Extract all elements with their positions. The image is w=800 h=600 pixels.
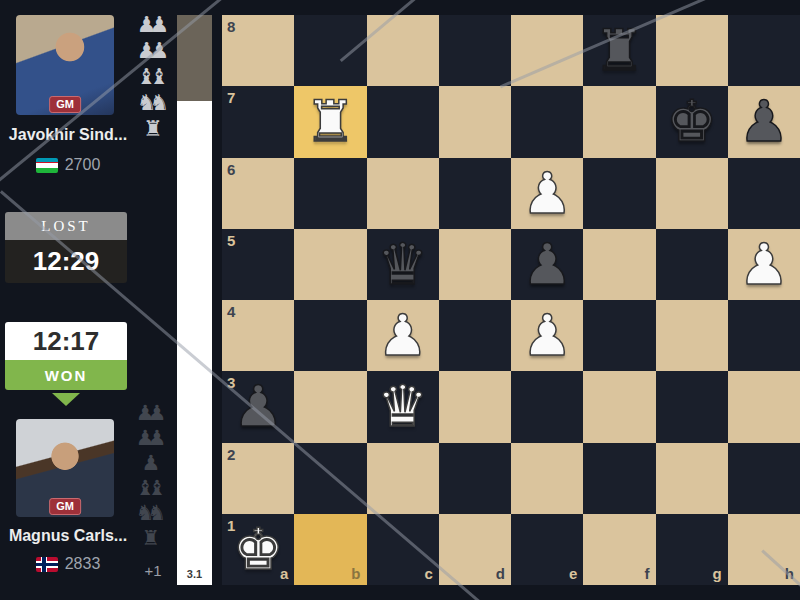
square-h1[interactable]: h (728, 514, 800, 585)
square-b5[interactable] (294, 229, 366, 300)
black-pawn-a3[interactable]: ♟ (222, 371, 294, 442)
player-rating-top: 2700 (65, 156, 101, 174)
square-d6[interactable] (439, 158, 511, 229)
result-badge-bottom: WON (5, 360, 127, 390)
square-f7[interactable] (583, 86, 655, 157)
rank-label-2: 2 (227, 446, 235, 463)
player-photo-bottom: GM (16, 419, 114, 517)
captured-piece-group: ♟♟ (136, 426, 167, 451)
square-e8[interactable] (511, 15, 583, 86)
player-name-bottom[interactable]: Magnus Carls... (0, 527, 136, 545)
captured-piece-group: ♝♝ (136, 476, 167, 501)
square-a3[interactable]: 3♟ (222, 371, 294, 442)
square-b4[interactable] (294, 300, 366, 371)
captured-piece-group: ♝♝ (137, 64, 169, 90)
title-badge: GM (49, 96, 81, 113)
captured-pieces-bottom: ♟♟♟♟♟♝♝♞♞♜ (131, 401, 171, 551)
square-c5[interactable]: ♛ (367, 229, 439, 300)
square-g2[interactable] (656, 443, 728, 514)
square-g3[interactable] (656, 371, 728, 442)
rank-label-8: 8 (227, 18, 235, 35)
title-badge: GM (49, 498, 81, 515)
captured-piece-group: ♞♞ (136, 501, 167, 526)
square-a7[interactable]: 7 (222, 86, 294, 157)
square-h6[interactable] (728, 158, 800, 229)
white-king-a1[interactable]: ♚ (222, 514, 294, 585)
square-b6[interactable] (294, 158, 366, 229)
square-g6[interactable] (656, 158, 728, 229)
clock-bottom: 12:17 WON (5, 322, 127, 390)
square-g7[interactable]: ♚ (656, 86, 728, 157)
square-b8[interactable] (294, 15, 366, 86)
rank-label-7: 7 (227, 89, 235, 106)
player-rating-bottom: 2833 (65, 555, 101, 573)
file-label-c: c (424, 565, 432, 582)
square-a1[interactable]: 1a♚ (222, 514, 294, 585)
uzbekistan-flag-icon (36, 158, 58, 173)
square-c4[interactable]: ♟ (367, 300, 439, 371)
square-f4[interactable] (583, 300, 655, 371)
square-e6[interactable]: ♟ (511, 158, 583, 229)
square-f3[interactable] (583, 371, 655, 442)
square-c6[interactable] (367, 158, 439, 229)
result-badge-top: LOST (5, 212, 127, 240)
square-e1[interactable]: e (511, 514, 583, 585)
player-name-top[interactable]: Javokhir Sind... (0, 126, 136, 144)
square-h3[interactable] (728, 371, 800, 442)
square-h4[interactable] (728, 300, 800, 371)
captured-piece-group: ♞♞ (137, 90, 169, 116)
square-b2[interactable] (294, 443, 366, 514)
chess-board[interactable]: 8♜7♜♚♟6♟5♛♟♟4♟♟3♟♛21a♚bcdefgh (222, 15, 800, 585)
square-h5[interactable]: ♟ (728, 229, 800, 300)
captured-piece-group: ♟♟ (137, 12, 169, 38)
square-h2[interactable] (728, 443, 800, 514)
square-b7[interactable]: ♜ (294, 86, 366, 157)
captured-pieces-top: ♟♟♟♟♝♝♞♞♜ (133, 12, 173, 142)
square-f5[interactable] (583, 229, 655, 300)
rating-row-top: 2700 (0, 156, 136, 174)
square-g1[interactable]: g (656, 514, 728, 585)
square-c1[interactable]: c (367, 514, 439, 585)
captured-piece-group: ♟♟ (137, 38, 169, 64)
square-c8[interactable] (367, 15, 439, 86)
evaluation-bar-black-section (177, 15, 212, 101)
square-a2[interactable]: 2 (222, 443, 294, 514)
square-b1[interactable]: b (294, 514, 366, 585)
white-pawn-e6[interactable]: ♟ (511, 158, 583, 229)
square-e2[interactable] (511, 443, 583, 514)
square-g5[interactable] (656, 229, 728, 300)
rank-label-4: 4 (227, 303, 235, 320)
square-e3[interactable] (511, 371, 583, 442)
square-d2[interactable] (439, 443, 511, 514)
square-g4[interactable] (656, 300, 728, 371)
square-f2[interactable] (583, 443, 655, 514)
captured-piece-group: ♜ (143, 116, 163, 142)
square-d5[interactable] (439, 229, 511, 300)
clock-top: LOST 12:29 (5, 212, 127, 283)
black-pawn-h7[interactable]: ♟ (728, 86, 800, 157)
white-pawn-c4[interactable]: ♟ (367, 300, 439, 371)
material-advantage: +1 (133, 562, 173, 579)
file-label-h: h (785, 565, 794, 582)
square-g8[interactable] (656, 15, 728, 86)
rank-label-6: 6 (227, 161, 235, 178)
square-a4[interactable]: 4 (222, 300, 294, 371)
square-e7[interactable] (511, 86, 583, 157)
file-label-b: b (351, 565, 360, 582)
white-queen-c3[interactable]: ♛ (367, 371, 439, 442)
square-c3[interactable]: ♛ (367, 371, 439, 442)
square-f6[interactable] (583, 158, 655, 229)
square-h8[interactable] (728, 15, 800, 86)
file-label-e: e (569, 565, 577, 582)
captured-piece-group: ♜ (142, 526, 161, 551)
square-d8[interactable] (439, 15, 511, 86)
square-a6[interactable]: 6 (222, 158, 294, 229)
file-label-g: g (713, 565, 722, 582)
white-rook-b7[interactable]: ♜ (294, 86, 366, 157)
white-pawn-h5[interactable]: ♟ (728, 229, 800, 300)
square-a8[interactable]: 8 (222, 15, 294, 86)
rank-label-5: 5 (227, 232, 235, 249)
square-f1[interactable]: f (583, 514, 655, 585)
evaluation-bar: 3.1 (177, 15, 212, 585)
square-e4[interactable]: ♟ (511, 300, 583, 371)
norway-flag-icon (36, 557, 58, 572)
square-e5[interactable]: ♟ (511, 229, 583, 300)
black-rook-f8[interactable]: ♜ (583, 15, 655, 86)
rating-row-bottom: 2833 (0, 555, 136, 573)
clock-time-bottom: 12:17 (5, 322, 127, 360)
square-f8[interactable]: ♜ (583, 15, 655, 86)
square-c2[interactable] (367, 443, 439, 514)
square-d1[interactable]: d (439, 514, 511, 585)
captured-piece-group: ♟ (142, 451, 161, 476)
winner-pointer (52, 393, 80, 406)
square-d7[interactable] (439, 86, 511, 157)
evaluation-value: 3.1 (177, 568, 212, 580)
file-label-f: f (645, 565, 650, 582)
square-c7[interactable] (367, 86, 439, 157)
black-queen-c5[interactable]: ♛ (367, 229, 439, 300)
file-label-d: d (496, 565, 505, 582)
captured-piece-group: ♟♟ (136, 401, 167, 426)
player-photo-top: GM (16, 15, 114, 115)
square-d3[interactable] (439, 371, 511, 442)
black-pawn-e5[interactable]: ♟ (511, 229, 583, 300)
white-pawn-e4[interactable]: ♟ (511, 300, 583, 371)
clock-time-top: 12:29 (5, 240, 127, 283)
black-king-g7[interactable]: ♚ (656, 86, 728, 157)
square-h7[interactable]: ♟ (728, 86, 800, 157)
square-d4[interactable] (439, 300, 511, 371)
square-b3[interactable] (294, 371, 366, 442)
square-a5[interactable]: 5 (222, 229, 294, 300)
